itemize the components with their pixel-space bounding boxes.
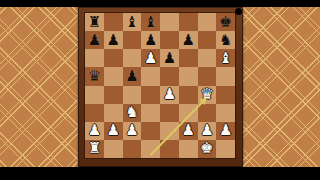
square-h1[interactable]	[216, 140, 235, 158]
square-a5[interactable]: ♛	[85, 67, 104, 85]
square-h2[interactable]: ♟	[216, 122, 235, 140]
square-h3[interactable]	[216, 104, 235, 122]
square-c6[interactable]	[123, 49, 142, 67]
square-g2[interactable]: ♟	[198, 122, 217, 140]
square-g5[interactable]	[198, 67, 217, 85]
square-f4[interactable]	[179, 86, 198, 104]
piece-white-pawn[interactable]: ♟	[125, 123, 138, 138]
square-h7[interactable]: ♞	[216, 31, 235, 49]
piece-black-king[interactable]: ♚	[219, 14, 232, 29]
square-c8[interactable]: ♝	[123, 13, 142, 31]
square-c7[interactable]	[123, 31, 142, 49]
square-e1[interactable]	[160, 140, 179, 158]
square-g3[interactable]	[198, 104, 217, 122]
square-a8[interactable]: ♜	[85, 13, 104, 31]
square-b8[interactable]	[104, 13, 123, 31]
square-b7[interactable]: ♟	[104, 31, 123, 49]
square-a4[interactable]	[85, 86, 104, 104]
square-b1[interactable]	[104, 140, 123, 158]
square-a7[interactable]: ♟	[85, 31, 104, 49]
piece-white-pawn[interactable]: ♟	[88, 123, 101, 138]
square-g1[interactable]: ♚	[198, 140, 217, 158]
square-d8[interactable]: ♝	[141, 13, 160, 31]
square-h5[interactable]	[216, 67, 235, 85]
square-d2[interactable]	[141, 122, 160, 140]
square-f5[interactable]	[179, 67, 198, 85]
square-c2[interactable]: ♟	[123, 122, 142, 140]
square-d5[interactable]	[141, 67, 160, 85]
square-f8[interactable]	[179, 13, 198, 31]
square-d4[interactable]	[141, 86, 160, 104]
square-b4[interactable]	[104, 86, 123, 104]
square-g8[interactable]	[198, 13, 217, 31]
piece-black-queen[interactable]: ♛	[88, 68, 101, 83]
square-b2[interactable]: ♟	[104, 122, 123, 140]
piece-white-queen[interactable]: ♛	[200, 87, 213, 102]
square-a6[interactable]	[85, 49, 104, 67]
piece-black-pawn[interactable]: ♟	[144, 32, 157, 47]
square-e2[interactable]	[160, 122, 179, 140]
piece-white-king[interactable]: ♚	[200, 141, 213, 156]
square-c5[interactable]: ♟	[123, 67, 142, 85]
piece-white-bishop[interactable]: ♝	[219, 50, 232, 65]
square-a2[interactable]: ♟	[85, 122, 104, 140]
piece-black-pawn[interactable]: ♟	[125, 68, 138, 83]
square-h8[interactable]: ♚	[216, 13, 235, 31]
square-d6[interactable]: ♟	[141, 49, 160, 67]
square-h6[interactable]: ♝	[216, 49, 235, 67]
piece-black-pawn[interactable]: ♟	[88, 32, 101, 47]
app-window: ♜♝♝♚♟♟♟♟♞♟♟♝♛♟♟♛♞♟♟♟♟♟♟♜♚	[0, 0, 320, 180]
square-f7[interactable]: ♟	[179, 31, 198, 49]
square-g6[interactable]	[198, 49, 217, 67]
piece-white-pawn[interactable]: ♟	[163, 87, 176, 102]
square-h4[interactable]	[216, 86, 235, 104]
square-c3[interactable]: ♞	[123, 104, 142, 122]
piece-white-knight[interactable]: ♞	[125, 105, 138, 120]
square-f3[interactable]	[179, 104, 198, 122]
square-e5[interactable]	[160, 67, 179, 85]
square-d1[interactable]	[141, 140, 160, 158]
turn-indicator-dot	[235, 8, 242, 15]
piece-black-knight[interactable]: ♞	[219, 32, 232, 47]
piece-black-bishop[interactable]: ♝	[144, 14, 157, 29]
square-e4[interactable]: ♟	[160, 86, 179, 104]
chess-board: ♜♝♝♚♟♟♟♟♞♟♟♝♛♟♟♛♞♟♟♟♟♟♟♜♚	[85, 13, 235, 158]
square-b3[interactable]	[104, 104, 123, 122]
square-d3[interactable]	[141, 104, 160, 122]
square-e8[interactable]	[160, 13, 179, 31]
piece-white-rook[interactable]: ♜	[88, 141, 101, 156]
square-b6[interactable]	[104, 49, 123, 67]
chess-board-frame: ♜♝♝♚♟♟♟♟♞♟♟♝♛♟♟♛♞♟♟♟♟♟♟♜♚	[78, 7, 243, 167]
piece-black-bishop[interactable]: ♝	[125, 14, 138, 29]
piece-white-pawn[interactable]: ♟	[181, 123, 194, 138]
piece-black-rook[interactable]: ♜	[88, 14, 101, 29]
square-f2[interactable]: ♟	[179, 122, 198, 140]
piece-black-pawn[interactable]: ♟	[181, 32, 194, 47]
square-b5[interactable]	[104, 67, 123, 85]
square-f6[interactable]	[179, 49, 198, 67]
square-c4[interactable]	[123, 86, 142, 104]
square-a1[interactable]: ♜	[85, 140, 104, 158]
piece-white-pawn[interactable]: ♟	[200, 123, 213, 138]
square-a3[interactable]	[85, 104, 104, 122]
piece-white-pawn[interactable]: ♟	[219, 123, 232, 138]
square-c1[interactable]	[123, 140, 142, 158]
piece-white-pawn[interactable]: ♟	[106, 123, 119, 138]
square-f1[interactable]	[179, 140, 198, 158]
square-e3[interactable]	[160, 104, 179, 122]
square-d7[interactable]: ♟	[141, 31, 160, 49]
piece-black-pawn[interactable]: ♟	[163, 50, 176, 65]
square-g7[interactable]	[198, 31, 217, 49]
square-g4[interactable]: ♛	[198, 86, 217, 104]
square-e6[interactable]: ♟	[160, 49, 179, 67]
square-e7[interactable]	[160, 31, 179, 49]
piece-white-pawn[interactable]: ♟	[144, 50, 157, 65]
piece-black-pawn[interactable]: ♟	[106, 32, 119, 47]
